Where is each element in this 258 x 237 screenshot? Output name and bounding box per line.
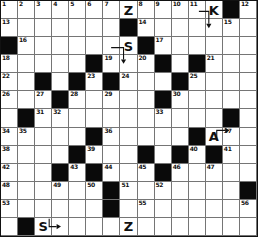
- clue-number-37: 37: [224, 128, 232, 134]
- cell-r4c4[interactable]: [52, 55, 69, 73]
- cell-r10c8[interactable]: [120, 164, 137, 182]
- cell-r7c9[interactable]: [138, 109, 155, 127]
- cell-r9c6[interactable]: 39: [86, 146, 103, 164]
- block-r4c6: [86, 55, 103, 73]
- block-r5c5: [69, 73, 86, 91]
- cell-r11c6[interactable]: 50: [86, 182, 103, 200]
- cell-r4c9[interactable]: 20: [138, 55, 155, 73]
- cell-r11c13[interactable]: [206, 182, 223, 200]
- cell-r12c10[interactable]: [155, 200, 172, 218]
- cell-r8c13[interactable]: A: [206, 128, 223, 146]
- cell-r3c14[interactable]: [223, 37, 240, 55]
- block-r6c4: [52, 91, 69, 109]
- cell-r2c14[interactable]: 15: [223, 19, 240, 37]
- cell-r3c2[interactable]: 16: [18, 37, 35, 55]
- clue-number-28: 28: [70, 91, 78, 97]
- cell-r6c8[interactable]: [120, 91, 137, 109]
- cell-r1c4[interactable]: 4: [52, 1, 69, 19]
- cell-r6c9[interactable]: [138, 91, 155, 109]
- clue-number-46: 46: [173, 164, 181, 170]
- block-r4c12: [189, 55, 206, 73]
- block-r9c5: [69, 146, 86, 164]
- cell-r7c13[interactable]: [206, 109, 223, 127]
- cell-r5c14[interactable]: [223, 73, 240, 91]
- cell-r6c6[interactable]: [86, 91, 103, 109]
- cell-r11c1[interactable]: 48: [1, 182, 18, 200]
- clue-number-40: 40: [190, 146, 198, 152]
- cell-r9c10[interactable]: [155, 146, 172, 164]
- cell-r11c3[interactable]: [35, 182, 52, 200]
- cell-r6c14[interactable]: [223, 91, 240, 109]
- clue-number-26: 26: [2, 91, 10, 97]
- clue-number-15: 15: [224, 19, 232, 25]
- cell-r13c14[interactable]: [223, 218, 240, 236]
- clue-number-25: 25: [190, 73, 198, 79]
- crossword-board: 1234567Z891011K1213141516S17181920212223…: [0, 0, 258, 237]
- cell-r6c15[interactable]: [240, 91, 257, 109]
- cell-r4c1[interactable]: 18: [1, 55, 18, 73]
- clue-number-10: 10: [173, 1, 181, 7]
- cell-r11c5[interactable]: [69, 182, 86, 200]
- cell-r12c2[interactable]: [18, 200, 35, 218]
- cell-r13c13[interactable]: [206, 218, 223, 236]
- cell-r5c10[interactable]: [155, 73, 172, 91]
- cell-r3c4[interactable]: [52, 37, 69, 55]
- cell-r9c12[interactable]: 40: [189, 146, 206, 164]
- cell-r2c3[interactable]: [35, 19, 52, 37]
- cell-r3c10[interactable]: 17: [155, 37, 172, 55]
- cell-r5c9[interactable]: [138, 73, 155, 91]
- clue-number-1: 1: [2, 1, 6, 7]
- cell-r1c9[interactable]: 8: [138, 1, 155, 19]
- clue-number-2: 2: [19, 1, 23, 7]
- block-r5c3: [35, 73, 52, 91]
- cell-r11c14[interactable]: [223, 182, 240, 200]
- cell-r2c12[interactable]: [189, 19, 206, 37]
- crossword-grid: 1234567Z891011K1213141516S17181920212223…: [1, 1, 257, 236]
- cell-r11c10[interactable]: 52: [155, 182, 172, 200]
- cell-r7c1[interactable]: [1, 109, 18, 127]
- clue-number-45: 45: [139, 164, 147, 170]
- letter-S-r13c3: S: [35, 218, 51, 235]
- block-r10c10: [155, 164, 172, 182]
- cell-r8c8[interactable]: [120, 128, 137, 146]
- clue-number-22: 22: [2, 73, 10, 79]
- cell-r1c11[interactable]: 10: [172, 1, 189, 19]
- cell-r2c9[interactable]: 14: [138, 19, 155, 37]
- letter-S-r3c8: S: [120, 37, 136, 54]
- cell-r4c8[interactable]: [120, 55, 137, 73]
- cell-r13c10[interactable]: [155, 218, 172, 236]
- clue-number-30: 30: [173, 91, 181, 97]
- clue-number-6: 6: [87, 1, 91, 7]
- clue-number-31: 31: [36, 109, 44, 115]
- cell-r8c7[interactable]: 36: [103, 128, 120, 146]
- block-r10c6: [86, 164, 103, 182]
- cell-r7c15[interactable]: [240, 109, 257, 127]
- cell-r1c15[interactable]: 12: [240, 1, 257, 19]
- cell-r13c12[interactable]: [189, 218, 206, 236]
- cell-r10c13[interactable]: 47: [206, 164, 223, 182]
- cell-r1c3[interactable]: 3: [35, 1, 52, 19]
- block-r2c8: [120, 19, 137, 37]
- clue-number-20: 20: [139, 55, 147, 61]
- cell-r8c2[interactable]: 35: [18, 128, 35, 146]
- cell-r5c4[interactable]: [52, 73, 69, 91]
- clue-number-56: 56: [241, 200, 249, 206]
- block-r7c14: [223, 109, 240, 127]
- cell-r7c4[interactable]: 32: [52, 109, 69, 127]
- cell-r4c3[interactable]: [35, 55, 52, 73]
- clue-number-38: 38: [2, 146, 10, 152]
- cell-r8c3[interactable]: [35, 128, 52, 146]
- cell-r13c5[interactable]: [69, 218, 86, 236]
- clue-number-32: 32: [53, 109, 61, 115]
- cell-r13c11[interactable]: [172, 218, 189, 236]
- cell-r6c3[interactable]: 27: [35, 91, 52, 109]
- clue-number-43: 43: [70, 164, 78, 170]
- cell-r7c3[interactable]: 31: [35, 109, 52, 127]
- cell-r1c8[interactable]: Z: [120, 1, 137, 19]
- clue-number-27: 27: [36, 91, 44, 97]
- clue-number-7: 7: [104, 1, 108, 7]
- cell-r4c14[interactable]: [223, 55, 240, 73]
- clue-number-33: 33: [156, 109, 164, 115]
- cell-r2c5[interactable]: [69, 19, 86, 37]
- cell-r2c7[interactable]: [103, 19, 120, 37]
- cell-r1c13[interactable]: K: [206, 1, 223, 19]
- cell-r3c13[interactable]: [206, 37, 223, 55]
- cell-r11c8[interactable]: 51: [120, 182, 137, 200]
- clue-number-55: 55: [139, 200, 147, 206]
- cell-r8c5[interactable]: [69, 128, 86, 146]
- cell-r12c13[interactable]: [206, 200, 223, 218]
- block-r12c7: [103, 200, 120, 218]
- cell-r13c8[interactable]: Z: [120, 218, 137, 236]
- clue-number-39: 39: [87, 146, 95, 152]
- cell-r7c7[interactable]: [103, 109, 120, 127]
- letter-Z-r1c8: Z: [120, 1, 136, 18]
- block-r6c10: [155, 91, 172, 109]
- cell-r6c11[interactable]: 30: [172, 91, 189, 109]
- cell-r10c11[interactable]: 46: [172, 164, 189, 182]
- clue-number-9: 9: [156, 1, 160, 7]
- cell-r3c3[interactable]: [35, 37, 52, 55]
- clue-number-12: 12: [241, 1, 249, 7]
- cell-r12c3[interactable]: [35, 200, 52, 218]
- cell-r3c8[interactable]: S: [120, 37, 137, 55]
- clue-number-3: 3: [36, 1, 40, 7]
- cell-r6c2[interactable]: [18, 91, 35, 109]
- cell-r7c5[interactable]: [69, 109, 86, 127]
- cell-r3c12[interactable]: [189, 37, 206, 55]
- block-r11c15: [240, 182, 257, 200]
- cell-r2c11[interactable]: [172, 19, 189, 37]
- cell-r10c9[interactable]: 45: [138, 164, 155, 182]
- cell-r10c5[interactable]: 43: [69, 164, 86, 182]
- cell-r1c5[interactable]: 5: [69, 1, 86, 19]
- cell-r4c15[interactable]: [240, 55, 257, 73]
- cell-r1c7[interactable]: 7: [103, 1, 120, 19]
- cell-r2c10[interactable]: [155, 19, 172, 37]
- clue-number-14: 14: [139, 19, 147, 25]
- block-r10c4: [52, 164, 69, 182]
- cell-r9c3[interactable]: [35, 146, 52, 164]
- clue-number-35: 35: [19, 128, 27, 134]
- cell-r8c15[interactable]: [240, 128, 257, 146]
- cell-r5c8[interactable]: 24: [120, 73, 137, 91]
- cell-r2c1[interactable]: 13: [1, 19, 18, 37]
- block-r11c7: [103, 182, 120, 200]
- cell-r10c14[interactable]: [223, 164, 240, 182]
- cell-r6c12[interactable]: [189, 91, 206, 109]
- cell-r12c15[interactable]: 56: [240, 200, 257, 218]
- block-r4c10: [155, 55, 172, 73]
- clue-number-24: 24: [121, 73, 129, 79]
- cell-r12c11[interactable]: [172, 200, 189, 218]
- clue-number-50: 50: [87, 182, 95, 188]
- clue-number-53: 53: [2, 200, 10, 206]
- block-r7c2: [18, 109, 35, 127]
- cell-r2c15[interactable]: [240, 19, 257, 37]
- block-r8c12: [189, 128, 206, 146]
- clue-number-29: 29: [104, 91, 112, 97]
- clue-number-23: 23: [87, 73, 95, 79]
- cell-r13c3[interactable]: S: [35, 218, 52, 236]
- cell-r8c1[interactable]: 34: [1, 128, 18, 146]
- cell-r12c1[interactable]: 53: [1, 200, 18, 218]
- cell-r12c12[interactable]: [189, 200, 206, 218]
- letter-A-r8c13: A: [206, 128, 222, 145]
- cell-r3c15[interactable]: [240, 37, 257, 55]
- cell-r13c4[interactable]: [52, 218, 69, 236]
- cell-r10c1[interactable]: 42: [1, 164, 18, 182]
- clue-number-4: 4: [53, 1, 57, 7]
- block-r3c1: [1, 37, 18, 55]
- clue-number-41: 41: [224, 146, 232, 152]
- cell-r12c6[interactable]: [86, 200, 103, 218]
- cell-r7c8[interactable]: [120, 109, 137, 127]
- clue-number-21: 21: [207, 55, 215, 61]
- cell-r1c6[interactable]: 6: [86, 1, 103, 19]
- cell-r3c5[interactable]: [69, 37, 86, 55]
- cell-r12c8[interactable]: [120, 200, 137, 218]
- cell-r5c6[interactable]: 23: [86, 73, 103, 91]
- cell-r6c1[interactable]: 26: [1, 91, 18, 109]
- clue-number-5: 5: [70, 1, 74, 7]
- block-r9c11: [172, 146, 189, 164]
- cell-r1c1[interactable]: 1: [1, 1, 18, 19]
- cell-r5c2[interactable]: [18, 73, 35, 91]
- cell-r4c13[interactable]: 21: [206, 55, 223, 73]
- cell-r12c9[interactable]: 55: [138, 200, 155, 218]
- cell-r12c4[interactable]: [52, 200, 69, 218]
- cell-r13c7[interactable]: [103, 218, 120, 236]
- clue-number-51: 51: [121, 182, 129, 188]
- cell-r13c1[interactable]: [1, 218, 18, 236]
- clue-number-52: 52: [156, 182, 164, 188]
- block-r8c6: [86, 128, 103, 146]
- cell-r6c13[interactable]: [206, 91, 223, 109]
- cell-r8c11[interactable]: [172, 128, 189, 146]
- cell-r1c12[interactable]: 11: [189, 1, 206, 19]
- cell-r9c4[interactable]: [52, 146, 69, 164]
- cell-r3c11[interactable]: [172, 37, 189, 55]
- cell-r10c3[interactable]: [35, 164, 52, 182]
- clue-number-19: 19: [104, 55, 112, 61]
- cell-r7c12[interactable]: [189, 109, 206, 127]
- cell-r10c12[interactable]: [189, 164, 206, 182]
- cell-r10c2[interactable]: [18, 164, 35, 182]
- letter-Z-r13c8: Z: [120, 218, 136, 235]
- clue-number-47: 47: [207, 164, 215, 170]
- cell-r8c10[interactable]: [155, 128, 172, 146]
- cell-r8c14[interactable]: 37: [223, 128, 240, 146]
- cell-r1c10[interactable]: 9: [155, 1, 172, 19]
- cell-r9c1[interactable]: 38: [1, 146, 18, 164]
- cell-r9c2[interactable]: [18, 146, 35, 164]
- clue-number-48: 48: [2, 182, 10, 188]
- cell-r2c2[interactable]: [18, 19, 35, 37]
- clue-number-11: 11: [190, 1, 198, 7]
- cell-r1c2[interactable]: 2: [18, 1, 35, 19]
- cell-r12c14[interactable]: [223, 200, 240, 218]
- cell-r11c11[interactable]: [172, 182, 189, 200]
- block-r9c13: [206, 146, 223, 164]
- cell-r11c12[interactable]: [189, 182, 206, 200]
- cell-r7c10[interactable]: 33: [155, 109, 172, 127]
- cell-r2c6[interactable]: [86, 19, 103, 37]
- clue-number-34: 34: [2, 128, 10, 134]
- block-r1c14: [223, 1, 240, 19]
- cell-r11c9[interactable]: [138, 182, 155, 200]
- cell-r9c15[interactable]: [240, 146, 257, 164]
- cell-r3c6[interactable]: [86, 37, 103, 55]
- cell-r4c11[interactable]: [172, 55, 189, 73]
- clue-number-42: 42: [2, 164, 10, 170]
- cell-r13c9[interactable]: [138, 218, 155, 236]
- cell-r5c15[interactable]: [240, 73, 257, 91]
- cell-r9c7[interactable]: [103, 146, 120, 164]
- clue-number-18: 18: [2, 55, 10, 61]
- cell-r11c2[interactable]: [18, 182, 35, 200]
- cell-r7c11[interactable]: [172, 109, 189, 127]
- cell-r4c7[interactable]: 19: [103, 55, 120, 73]
- cell-r10c7[interactable]: 44: [103, 164, 120, 182]
- cell-r8c4[interactable]: [52, 128, 69, 146]
- cell-r9c14[interactable]: 41: [223, 146, 240, 164]
- cell-r9c8[interactable]: [120, 146, 137, 164]
- cell-r11c4[interactable]: 49: [52, 182, 69, 200]
- cell-r7c6[interactable]: [86, 109, 103, 127]
- letter-K-r1c13: K: [206, 1, 222, 18]
- block-r9c9: [138, 146, 155, 164]
- clue-number-17: 17: [156, 37, 164, 43]
- cell-r4c5[interactable]: [69, 55, 86, 73]
- cell-r10c15[interactable]: [240, 164, 257, 182]
- block-r5c11: [172, 73, 189, 91]
- clue-number-44: 44: [104, 164, 112, 170]
- cell-r13c15[interactable]: [240, 218, 257, 236]
- cell-r4c2[interactable]: [18, 55, 35, 73]
- clue-number-36: 36: [104, 128, 112, 134]
- clue-number-8: 8: [139, 1, 143, 7]
- block-r13c2: [18, 218, 35, 236]
- cell-r6c5[interactable]: 28: [69, 91, 86, 109]
- cell-r5c13[interactable]: [206, 73, 223, 91]
- cell-r13c6[interactable]: [86, 218, 103, 236]
- cell-r2c13[interactable]: [206, 19, 223, 37]
- cell-r3c7[interactable]: [103, 37, 120, 55]
- clue-number-49: 49: [53, 182, 61, 188]
- clue-number-13: 13: [2, 19, 10, 25]
- cell-r2c4[interactable]: [52, 19, 69, 37]
- cell-r8c9[interactable]: [138, 128, 155, 146]
- cell-r5c1[interactable]: 22: [1, 73, 18, 91]
- block-r3c9: [138, 37, 155, 55]
- cell-r12c5[interactable]: [69, 200, 86, 218]
- block-r5c7: [103, 73, 120, 91]
- cell-r6c7[interactable]: 29: [103, 91, 120, 109]
- clue-number-16: 16: [19, 37, 27, 43]
- cell-r5c12[interactable]: 25: [189, 73, 206, 91]
